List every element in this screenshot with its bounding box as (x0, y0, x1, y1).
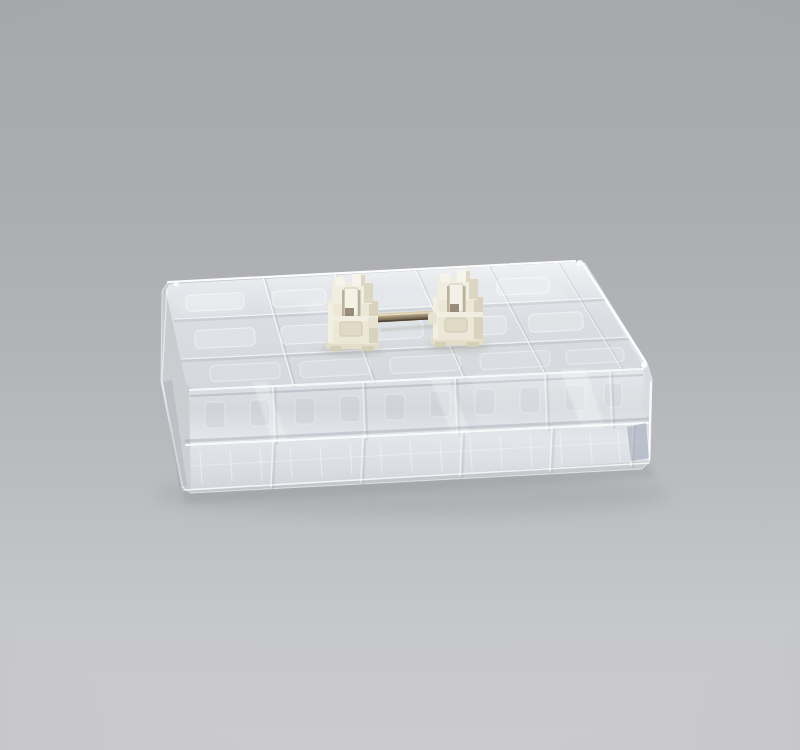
acrylic-case (161, 260, 652, 493)
studio-backdrop (0, 0, 800, 750)
stabilizer-housing-left (326, 274, 379, 351)
product-photo (0, 0, 800, 750)
